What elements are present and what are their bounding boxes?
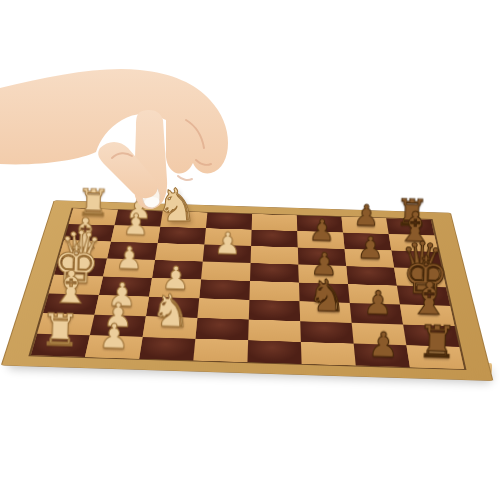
product-photo-scene: ♜♟♟♜♟♟♝♝♟♟♛♟♟♛♚♟♚♝♟♞♟♝♟♞♜♟♟♜ ♞ [0,0,500,500]
hand [0,0,500,500]
